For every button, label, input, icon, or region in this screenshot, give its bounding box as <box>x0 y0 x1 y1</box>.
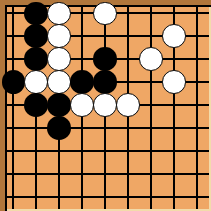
board-intersection[interactable] <box>94 94 117 117</box>
board-intersection[interactable] <box>162 162 185 185</box>
board-intersection[interactable] <box>71 140 94 163</box>
board-intersection[interactable] <box>25 117 48 140</box>
black-stone[interactable] <box>93 70 117 94</box>
board-intersection[interactable] <box>140 2 163 25</box>
board-intersection[interactable] <box>71 185 94 208</box>
board-intersection[interactable] <box>140 48 163 71</box>
board-intersection[interactable] <box>94 25 117 48</box>
black-stone[interactable] <box>24 47 48 71</box>
board-intersection[interactable] <box>71 117 94 140</box>
white-stone[interactable] <box>162 24 186 48</box>
board-intersection[interactable] <box>71 162 94 185</box>
board-intersection[interactable] <box>162 185 185 208</box>
board-intersection[interactable] <box>94 162 117 185</box>
board-intersection[interactable] <box>140 162 163 185</box>
board-intersection[interactable] <box>25 2 48 25</box>
board-intersection[interactable] <box>48 94 71 117</box>
board-intersection[interactable] <box>2 2 25 25</box>
board-intersection[interactable] <box>140 140 163 163</box>
black-stone[interactable] <box>24 24 48 48</box>
board-intersection[interactable] <box>2 185 25 208</box>
cut-edge-bottom <box>7 209 211 211</box>
board-intersection[interactable] <box>71 2 94 25</box>
board-intersection[interactable] <box>117 25 140 48</box>
board-intersection[interactable] <box>71 94 94 117</box>
black-stone[interactable] <box>2 70 26 94</box>
black-stone[interactable] <box>70 70 94 94</box>
board-intersection[interactable] <box>185 71 208 94</box>
cut-edge-right <box>209 7 211 211</box>
board-intersection[interactable] <box>94 48 117 71</box>
board-intersection[interactable] <box>25 94 48 117</box>
board-intersection[interactable] <box>25 25 48 48</box>
board-intersection[interactable] <box>140 25 163 48</box>
board-intersection[interactable] <box>2 25 25 48</box>
board-intersection[interactable] <box>140 71 163 94</box>
board-intersection[interactable] <box>2 162 25 185</box>
go-board <box>0 0 211 211</box>
board-intersections <box>2 2 209 209</box>
board-intersection[interactable] <box>48 140 71 163</box>
board-intersection[interactable] <box>94 2 117 25</box>
board-intersection[interactable] <box>25 71 48 94</box>
board-intersection[interactable] <box>117 94 140 117</box>
board-intersection[interactable] <box>48 162 71 185</box>
board-intersection[interactable] <box>2 140 25 163</box>
board-intersection[interactable] <box>2 117 25 140</box>
board-intersection[interactable] <box>117 2 140 25</box>
board-intersection[interactable] <box>48 48 71 71</box>
white-stone[interactable] <box>162 70 186 94</box>
board-intersection[interactable] <box>25 48 48 71</box>
board-intersection[interactable] <box>162 2 185 25</box>
board-intersection[interactable] <box>71 71 94 94</box>
board-intersection[interactable] <box>185 117 208 140</box>
board-intersection[interactable] <box>162 140 185 163</box>
board-intersection[interactable] <box>162 94 185 117</box>
board-intersection[interactable] <box>94 140 117 163</box>
white-stone[interactable] <box>139 47 163 71</box>
board-intersection[interactable] <box>25 162 48 185</box>
board-intersection[interactable] <box>71 48 94 71</box>
board-intersection[interactable] <box>117 48 140 71</box>
white-stone[interactable] <box>47 2 71 26</box>
board-intersection[interactable] <box>48 25 71 48</box>
board-intersection[interactable] <box>94 71 117 94</box>
board-intersection[interactable] <box>185 25 208 48</box>
white-stone[interactable] <box>47 24 71 48</box>
white-stone[interactable] <box>70 93 94 117</box>
board-intersection[interactable] <box>48 71 71 94</box>
black-stone[interactable] <box>47 116 71 140</box>
board-intersection[interactable] <box>162 25 185 48</box>
white-stone[interactable] <box>93 2 117 26</box>
white-stone[interactable] <box>93 93 117 117</box>
board-intersection[interactable] <box>117 185 140 208</box>
board-intersection[interactable] <box>94 117 117 140</box>
board-intersection[interactable] <box>185 48 208 71</box>
board-intersection[interactable] <box>162 117 185 140</box>
board-intersection[interactable] <box>162 71 185 94</box>
board-intersection[interactable] <box>48 2 71 25</box>
white-stone[interactable] <box>47 47 71 71</box>
board-intersection[interactable] <box>117 71 140 94</box>
board-intersection[interactable] <box>117 117 140 140</box>
board-intersection[interactable] <box>185 162 208 185</box>
board-intersection[interactable] <box>185 94 208 117</box>
board-intersection[interactable] <box>2 94 25 117</box>
white-stone[interactable] <box>24 70 48 94</box>
board-intersection[interactable] <box>48 185 71 208</box>
board-intersection[interactable] <box>2 48 25 71</box>
board-intersection[interactable] <box>117 162 140 185</box>
board-intersection[interactable] <box>140 185 163 208</box>
board-intersection[interactable] <box>185 140 208 163</box>
black-stone[interactable] <box>24 93 48 117</box>
board-intersection[interactable] <box>71 25 94 48</box>
board-intersection[interactable] <box>185 2 208 25</box>
board-intersection[interactable] <box>25 140 48 163</box>
board-intersection[interactable] <box>25 185 48 208</box>
white-stone[interactable] <box>47 70 71 94</box>
board-intersection[interactable] <box>162 48 185 71</box>
board-intersection[interactable] <box>185 185 208 208</box>
black-stone[interactable] <box>93 47 117 71</box>
black-stone[interactable] <box>47 93 71 117</box>
board-intersection[interactable] <box>2 71 25 94</box>
board-intersection[interactable] <box>94 185 117 208</box>
board-intersection[interactable] <box>140 117 163 140</box>
board-intersection[interactable] <box>140 94 163 117</box>
black-stone[interactable] <box>24 2 48 26</box>
white-stone[interactable] <box>116 93 140 117</box>
board-intersection[interactable] <box>117 140 140 163</box>
board-intersection[interactable] <box>48 117 71 140</box>
